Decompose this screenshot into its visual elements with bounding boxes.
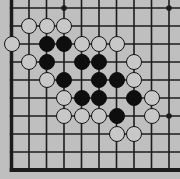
- intersection[interactable]: [3, 161, 21, 179]
- intersection[interactable]: [73, 35, 91, 53]
- black-stone: [56, 72, 72, 88]
- intersection[interactable]: [160, 35, 178, 53]
- white-stone: [21, 18, 37, 34]
- intersection[interactable]: [125, 161, 143, 179]
- white-stone: [74, 36, 90, 52]
- board-grid: [3, 0, 178, 179]
- intersection[interactable]: [55, 17, 73, 35]
- intersection[interactable]: [108, 17, 126, 35]
- intersection[interactable]: [55, 161, 73, 179]
- black-stone: [56, 36, 72, 52]
- white-stone: [144, 90, 160, 106]
- black-stone: [91, 72, 107, 88]
- intersection[interactable]: [3, 17, 21, 35]
- intersection[interactable]: [160, 107, 178, 125]
- intersection[interactable]: [3, 89, 21, 107]
- intersection[interactable]: [73, 53, 91, 71]
- intersection[interactable]: [108, 53, 126, 71]
- intersection[interactable]: [38, 53, 56, 71]
- intersection[interactable]: [73, 0, 91, 17]
- white-stone: [144, 108, 160, 124]
- white-stone: [56, 90, 72, 106]
- intersection[interactable]: [3, 71, 21, 89]
- white-stone: [126, 54, 142, 70]
- white-stone: [39, 72, 55, 88]
- white-stone: [91, 36, 107, 52]
- intersection[interactable]: [125, 143, 143, 161]
- intersection[interactable]: [38, 107, 56, 125]
- intersection[interactable]: [125, 71, 143, 89]
- intersection[interactable]: [55, 125, 73, 143]
- intersection[interactable]: [90, 17, 108, 35]
- black-stone: [74, 90, 90, 106]
- white-stone: [109, 36, 125, 52]
- intersection[interactable]: [20, 53, 38, 71]
- intersection[interactable]: [143, 35, 161, 53]
- intersection[interactable]: [55, 0, 73, 17]
- intersection[interactable]: [38, 125, 56, 143]
- intersection[interactable]: [160, 125, 178, 143]
- white-stone: [4, 36, 20, 52]
- intersection[interactable]: [55, 53, 73, 71]
- intersection[interactable]: [90, 71, 108, 89]
- intersection[interactable]: [55, 107, 73, 125]
- black-stone: [39, 36, 55, 52]
- intersection[interactable]: [38, 143, 56, 161]
- intersection[interactable]: [143, 89, 161, 107]
- black-stone: [74, 54, 90, 70]
- intersection[interactable]: [90, 143, 108, 161]
- intersection[interactable]: [108, 0, 126, 17]
- intersection[interactable]: [73, 107, 91, 125]
- intersection[interactable]: [125, 0, 143, 17]
- intersection[interactable]: [143, 71, 161, 89]
- white-stone: [109, 126, 125, 142]
- intersection[interactable]: [38, 0, 56, 17]
- intersection[interactable]: [3, 125, 21, 143]
- intersection[interactable]: [108, 125, 126, 143]
- intersection[interactable]: [38, 161, 56, 179]
- intersection[interactable]: [125, 125, 143, 143]
- intersection[interactable]: [20, 161, 38, 179]
- intersection[interactable]: [73, 71, 91, 89]
- intersection[interactable]: [20, 0, 38, 17]
- intersection[interactable]: [108, 107, 126, 125]
- intersection[interactable]: [90, 161, 108, 179]
- intersection[interactable]: [3, 143, 21, 161]
- intersection[interactable]: [143, 0, 161, 17]
- intersection[interactable]: [160, 17, 178, 35]
- intersection[interactable]: [20, 17, 38, 35]
- intersection[interactable]: [73, 161, 91, 179]
- intersection[interactable]: [160, 161, 178, 179]
- white-stone: [126, 72, 142, 88]
- intersection[interactable]: [73, 89, 91, 107]
- intersection[interactable]: [143, 53, 161, 71]
- intersection[interactable]: [143, 143, 161, 161]
- intersection[interactable]: [90, 0, 108, 17]
- intersection[interactable]: [55, 89, 73, 107]
- white-stone: [56, 108, 72, 124]
- white-stone: [56, 18, 72, 34]
- intersection[interactable]: [73, 143, 91, 161]
- intersection[interactable]: [55, 71, 73, 89]
- intersection[interactable]: [90, 89, 108, 107]
- black-stone: [91, 54, 107, 70]
- white-stone: [39, 18, 55, 34]
- white-stone: [91, 108, 107, 124]
- intersection[interactable]: [38, 71, 56, 89]
- intersection[interactable]: [125, 107, 143, 125]
- intersection[interactable]: [20, 35, 38, 53]
- intersection[interactable]: [160, 0, 178, 17]
- black-stone: [109, 72, 125, 88]
- intersection[interactable]: [55, 35, 73, 53]
- intersection[interactable]: [20, 143, 38, 161]
- intersection[interactable]: [73, 17, 91, 35]
- go-diagram: [0, 0, 180, 179]
- intersection[interactable]: [125, 89, 143, 107]
- white-stone: [74, 108, 90, 124]
- intersection[interactable]: [3, 35, 21, 53]
- intersection[interactable]: [108, 89, 126, 107]
- intersection[interactable]: [125, 17, 143, 35]
- intersection[interactable]: [143, 107, 161, 125]
- intersection[interactable]: [3, 0, 21, 17]
- go-board[interactable]: [0, 0, 180, 179]
- intersection[interactable]: [73, 125, 91, 143]
- intersection[interactable]: [160, 89, 178, 107]
- intersection[interactable]: [108, 71, 126, 89]
- intersection[interactable]: [90, 107, 108, 125]
- intersection[interactable]: [160, 71, 178, 89]
- intersection[interactable]: [38, 89, 56, 107]
- intersection[interactable]: [20, 89, 38, 107]
- white-stone: [21, 54, 37, 70]
- intersection[interactable]: [108, 161, 126, 179]
- intersection[interactable]: [160, 143, 178, 161]
- intersection[interactable]: [125, 35, 143, 53]
- intersection[interactable]: [38, 35, 56, 53]
- black-stone: [91, 90, 107, 106]
- intersection[interactable]: [3, 107, 21, 125]
- intersection[interactable]: [125, 53, 143, 71]
- black-stone: [126, 90, 142, 106]
- intersection[interactable]: [160, 53, 178, 71]
- white-stone: [126, 126, 142, 142]
- black-stone: [109, 108, 125, 124]
- intersection[interactable]: [38, 17, 56, 35]
- intersection[interactable]: [20, 107, 38, 125]
- intersection[interactable]: [108, 35, 126, 53]
- intersection[interactable]: [90, 35, 108, 53]
- intersection[interactable]: [143, 17, 161, 35]
- intersection[interactable]: [143, 125, 161, 143]
- intersection[interactable]: [90, 53, 108, 71]
- intersection[interactable]: [20, 71, 38, 89]
- intersection[interactable]: [90, 125, 108, 143]
- intersection[interactable]: [3, 53, 21, 71]
- intersection[interactable]: [143, 161, 161, 179]
- intersection[interactable]: [108, 143, 126, 161]
- intersection[interactable]: [20, 125, 38, 143]
- black-stone: [39, 54, 55, 70]
- intersection[interactable]: [55, 143, 73, 161]
